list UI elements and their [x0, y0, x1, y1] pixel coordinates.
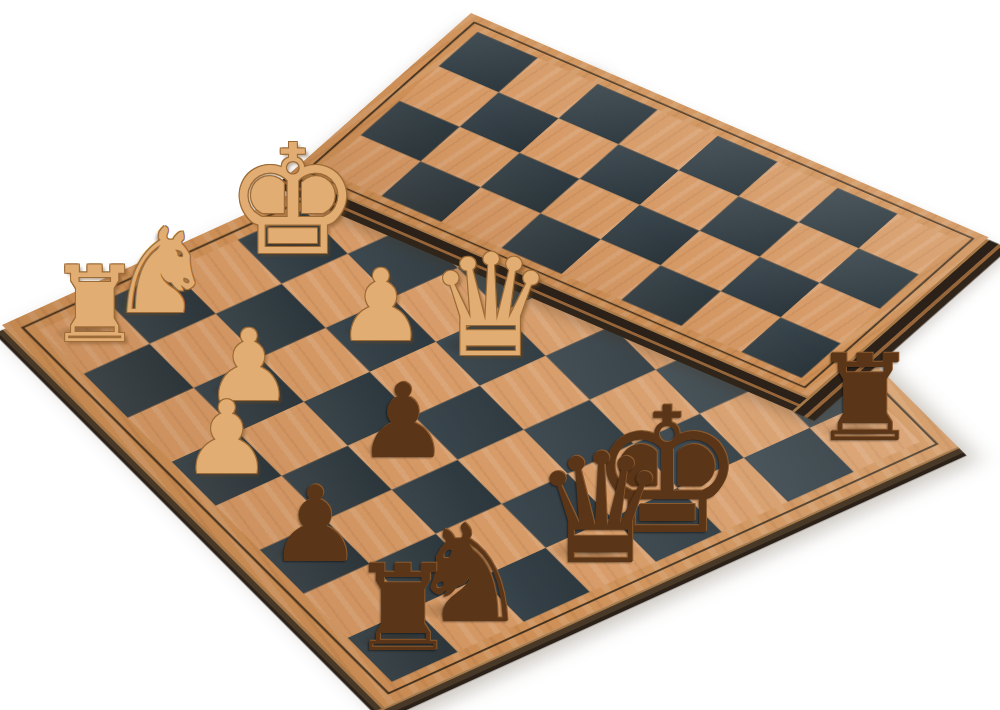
piece-black-pawn[interactable]: ♟ — [357, 370, 449, 473]
piece-black-rook[interactable]: ♜ — [349, 549, 456, 669]
chess-set-photo: ♜♞♚♟♟♟♛♟♟♜♞♛♚♜ — [0, 0, 1000, 710]
piece-white-rook[interactable]: ♜ — [48, 253, 142, 358]
piece-white-pawn[interactable]: ♟ — [336, 256, 425, 355]
piece-black-queen[interactable]: ♛ — [532, 433, 669, 586]
piece-black-rook[interactable]: ♜ — [811, 339, 918, 459]
piece-white-pawn[interactable]: ♟ — [182, 388, 273, 489]
piece-black-pawn[interactable]: ♟ — [268, 473, 362, 578]
piece-white-queen[interactable]: ♛ — [427, 236, 554, 377]
